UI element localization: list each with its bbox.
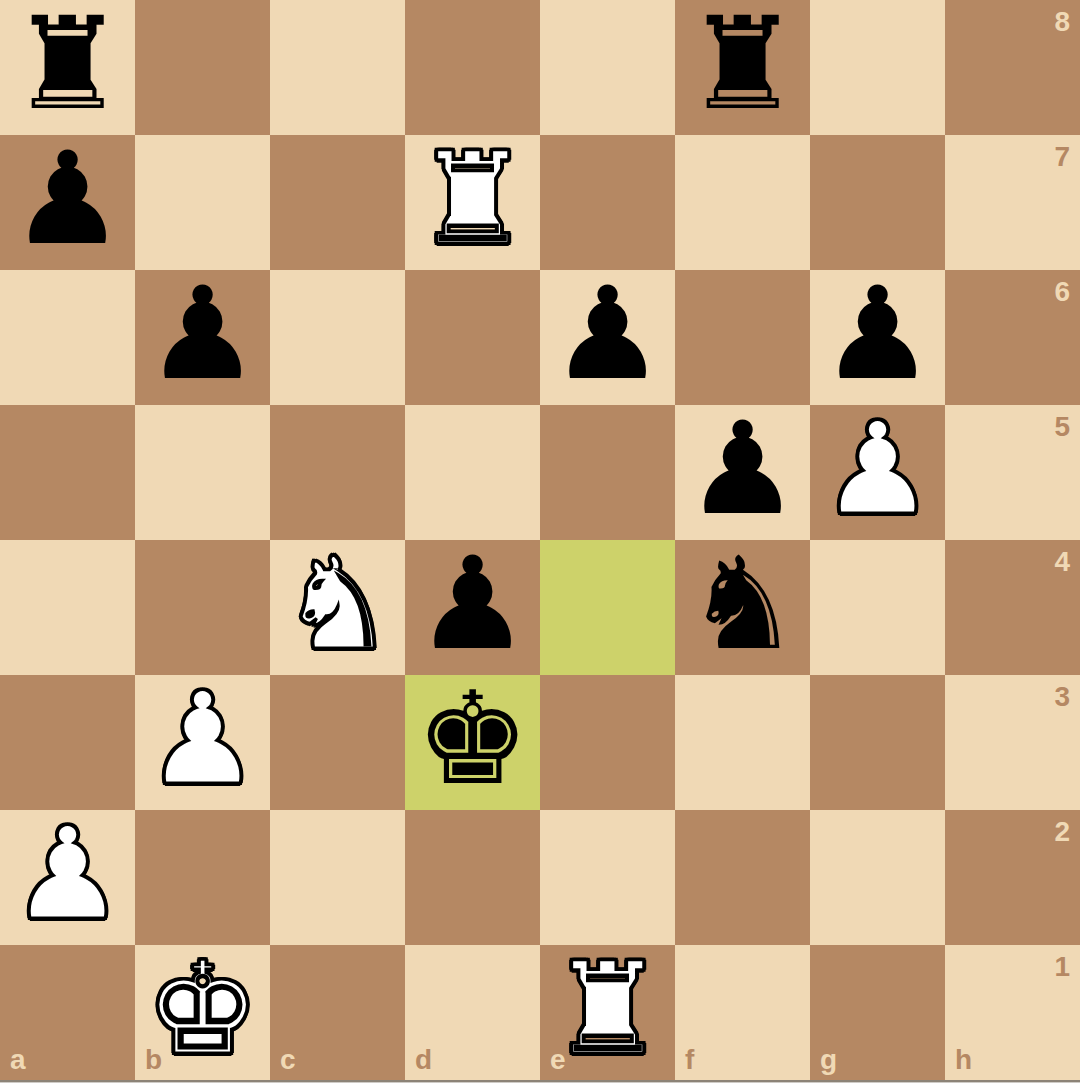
file-label-g: g xyxy=(820,1046,837,1074)
white-rook[interactable]: ♜ xyxy=(415,135,530,263)
rank-label-1: 1 xyxy=(1054,953,1070,981)
black-king[interactable]: ♚ xyxy=(415,675,530,803)
square-b6[interactable]: ♟ xyxy=(135,270,270,405)
rank-label-6: 6 xyxy=(1054,278,1070,306)
square-h4[interactable]: 4 xyxy=(945,540,1080,675)
file-label-d: d xyxy=(415,1046,432,1074)
square-g3[interactable] xyxy=(810,675,945,810)
square-c5[interactable] xyxy=(270,405,405,540)
square-e5[interactable] xyxy=(540,405,675,540)
square-d1[interactable]: d xyxy=(405,945,540,1080)
square-e3[interactable] xyxy=(540,675,675,810)
square-f1[interactable]: f xyxy=(675,945,810,1080)
square-c3[interactable] xyxy=(270,675,405,810)
square-c8[interactable] xyxy=(270,0,405,135)
square-f8[interactable]: ♜ xyxy=(675,0,810,135)
square-b4[interactable] xyxy=(135,540,270,675)
square-h2[interactable]: 2 xyxy=(945,810,1080,945)
rank-label-7: 7 xyxy=(1054,143,1070,171)
black-pawn[interactable]: ♟ xyxy=(685,405,800,533)
square-a8[interactable]: ♜ xyxy=(0,0,135,135)
square-h6[interactable]: 6 xyxy=(945,270,1080,405)
square-f4[interactable]: ♞ xyxy=(675,540,810,675)
white-pawn[interactable]: ♟ xyxy=(10,810,125,938)
square-d7[interactable]: ♜ xyxy=(405,135,540,270)
square-f2[interactable] xyxy=(675,810,810,945)
square-g7[interactable] xyxy=(810,135,945,270)
square-a1[interactable]: a xyxy=(0,945,135,1080)
square-f3[interactable] xyxy=(675,675,810,810)
square-f6[interactable] xyxy=(675,270,810,405)
black-pawn[interactable]: ♟ xyxy=(550,270,665,398)
black-rook[interactable]: ♜ xyxy=(10,0,125,128)
square-c1[interactable]: c xyxy=(270,945,405,1080)
square-a6[interactable] xyxy=(0,270,135,405)
square-h7[interactable]: 7 xyxy=(945,135,1080,270)
square-d3[interactable]: ♚ xyxy=(405,675,540,810)
white-pawn[interactable]: ♟ xyxy=(820,405,935,533)
square-d4[interactable]: ♟ xyxy=(405,540,540,675)
black-pawn[interactable]: ♟ xyxy=(145,270,260,398)
square-h8[interactable]: 8 xyxy=(945,0,1080,135)
white-rook[interactable]: ♜ xyxy=(550,945,665,1073)
black-knight[interactable]: ♞ xyxy=(685,540,800,668)
black-pawn[interactable]: ♟ xyxy=(820,270,935,398)
square-b2[interactable] xyxy=(135,810,270,945)
square-g8[interactable] xyxy=(810,0,945,135)
chess-board: ♜♜8♟♜7♟♟♟6♟♟5♞♟♞4♟♚3♟2a♚bcd♜efgh1 xyxy=(0,0,1080,1080)
rank-label-2: 2 xyxy=(1054,818,1070,846)
white-pawn[interactable]: ♟ xyxy=(145,675,260,803)
square-b1[interactable]: ♚b xyxy=(135,945,270,1080)
square-c6[interactable] xyxy=(270,270,405,405)
square-a5[interactable] xyxy=(0,405,135,540)
file-label-a: a xyxy=(10,1046,26,1074)
square-d2[interactable] xyxy=(405,810,540,945)
square-h5[interactable]: 5 xyxy=(945,405,1080,540)
square-e4[interactable] xyxy=(540,540,675,675)
rank-label-5: 5 xyxy=(1054,413,1070,441)
square-f5[interactable]: ♟ xyxy=(675,405,810,540)
square-g6[interactable]: ♟ xyxy=(810,270,945,405)
square-g4[interactable] xyxy=(810,540,945,675)
file-label-c: c xyxy=(280,1046,296,1074)
square-a4[interactable] xyxy=(0,540,135,675)
rank-label-8: 8 xyxy=(1054,8,1070,36)
square-h3[interactable]: 3 xyxy=(945,675,1080,810)
square-d8[interactable] xyxy=(405,0,540,135)
black-pawn[interactable]: ♟ xyxy=(10,135,125,263)
black-rook[interactable]: ♜ xyxy=(685,0,800,128)
square-g5[interactable]: ♟ xyxy=(810,405,945,540)
square-e6[interactable]: ♟ xyxy=(540,270,675,405)
square-f7[interactable] xyxy=(675,135,810,270)
square-c4[interactable]: ♞ xyxy=(270,540,405,675)
white-king[interactable]: ♚ xyxy=(145,945,260,1073)
square-e7[interactable] xyxy=(540,135,675,270)
file-label-h: h xyxy=(955,1046,972,1074)
square-b7[interactable] xyxy=(135,135,270,270)
square-c7[interactable] xyxy=(270,135,405,270)
square-a7[interactable]: ♟ xyxy=(0,135,135,270)
square-d5[interactable] xyxy=(405,405,540,540)
file-label-e: e xyxy=(550,1046,566,1074)
board-bottom-edge xyxy=(0,1080,1080,1084)
square-d6[interactable] xyxy=(405,270,540,405)
file-label-b: b xyxy=(145,1046,162,1074)
white-knight[interactable]: ♞ xyxy=(280,540,395,668)
black-pawn[interactable]: ♟ xyxy=(415,540,530,668)
square-e8[interactable] xyxy=(540,0,675,135)
square-g1[interactable]: g xyxy=(810,945,945,1080)
rank-label-4: 4 xyxy=(1054,548,1070,576)
file-label-f: f xyxy=(685,1046,694,1074)
square-e2[interactable] xyxy=(540,810,675,945)
rank-label-3: 3 xyxy=(1054,683,1070,711)
square-b3[interactable]: ♟ xyxy=(135,675,270,810)
square-a3[interactable] xyxy=(0,675,135,810)
square-b8[interactable] xyxy=(135,0,270,135)
square-a2[interactable]: ♟ xyxy=(0,810,135,945)
square-c2[interactable] xyxy=(270,810,405,945)
square-g2[interactable] xyxy=(810,810,945,945)
square-b5[interactable] xyxy=(135,405,270,540)
square-e1[interactable]: ♜e xyxy=(540,945,675,1080)
square-h1[interactable]: h1 xyxy=(945,945,1080,1080)
